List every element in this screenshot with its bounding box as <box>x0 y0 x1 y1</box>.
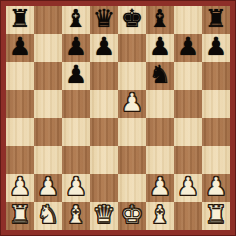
piece-black-rook[interactable]: ♜ <box>205 6 227 33</box>
piece-black-bishop[interactable]: ♝ <box>149 6 171 33</box>
square-a5[interactable] <box>6 90 34 118</box>
square-d4[interactable] <box>90 118 118 146</box>
piece-white-bishop[interactable]: ♝ <box>65 202 87 229</box>
piece-white-pawn[interactable]: ♟ <box>205 174 227 201</box>
chess-board[interactable]: ♜♝♛♚♝♜♟♟♟♟♟♟♟♞♟♟♟♟♟♟♟♜♞♝♛♚♝♜ <box>6 6 230 230</box>
square-a6[interactable] <box>6 62 34 90</box>
square-h8[interactable]: ♜ <box>202 6 230 34</box>
piece-black-rook[interactable]: ♜ <box>9 6 31 33</box>
square-f8[interactable]: ♝ <box>146 6 174 34</box>
square-e7[interactable] <box>118 34 146 62</box>
piece-black-pawn[interactable]: ♟ <box>149 34 171 61</box>
square-c5[interactable] <box>62 90 90 118</box>
square-h7[interactable]: ♟ <box>202 34 230 62</box>
square-f5[interactable] <box>146 90 174 118</box>
square-a8[interactable]: ♜ <box>6 6 34 34</box>
square-d7[interactable]: ♟ <box>90 34 118 62</box>
square-f3[interactable] <box>146 146 174 174</box>
square-b7[interactable] <box>34 34 62 62</box>
square-c3[interactable] <box>62 146 90 174</box>
square-d6[interactable] <box>90 62 118 90</box>
piece-black-pawn[interactable]: ♟ <box>93 34 115 61</box>
piece-white-pawn[interactable]: ♟ <box>149 174 171 201</box>
piece-white-pawn[interactable]: ♟ <box>65 174 87 201</box>
square-b2[interactable]: ♟ <box>34 174 62 202</box>
square-h3[interactable] <box>202 146 230 174</box>
square-h5[interactable] <box>202 90 230 118</box>
square-d5[interactable] <box>90 90 118 118</box>
piece-white-queen[interactable]: ♛ <box>93 202 115 229</box>
square-c7[interactable]: ♟ <box>62 34 90 62</box>
square-d1[interactable]: ♛ <box>90 202 118 230</box>
piece-black-knight[interactable]: ♞ <box>149 62 171 89</box>
square-e3[interactable] <box>118 146 146 174</box>
piece-white-king[interactable]: ♚ <box>121 202 143 229</box>
square-b3[interactable] <box>34 146 62 174</box>
piece-black-pawn[interactable]: ♟ <box>205 34 227 61</box>
square-e8[interactable]: ♚ <box>118 6 146 34</box>
square-g8[interactable] <box>174 6 202 34</box>
square-g5[interactable] <box>174 90 202 118</box>
square-d2[interactable] <box>90 174 118 202</box>
square-d3[interactable] <box>90 146 118 174</box>
piece-white-pawn[interactable]: ♟ <box>9 174 31 201</box>
square-c4[interactable] <box>62 118 90 146</box>
square-h2[interactable]: ♟ <box>202 174 230 202</box>
square-g1[interactable] <box>174 202 202 230</box>
chess-app: ♜♝♛♚♝♜♟♟♟♟♟♟♟♞♟♟♟♟♟♟♟♜♞♝♛♚♝♜ <box>0 0 236 236</box>
piece-white-bishop[interactable]: ♝ <box>149 202 171 229</box>
piece-black-king[interactable]: ♚ <box>121 6 143 33</box>
square-h6[interactable] <box>202 62 230 90</box>
square-f1[interactable]: ♝ <box>146 202 174 230</box>
square-c8[interactable]: ♝ <box>62 6 90 34</box>
square-a7[interactable]: ♟ <box>6 34 34 62</box>
piece-black-pawn[interactable]: ♟ <box>9 34 31 61</box>
square-a1[interactable]: ♜ <box>6 202 34 230</box>
piece-white-pawn[interactable]: ♟ <box>37 174 59 201</box>
board-frame: ♜♝♛♚♝♜♟♟♟♟♟♟♟♞♟♟♟♟♟♟♟♜♞♝♛♚♝♜ <box>0 0 236 236</box>
piece-white-pawn[interactable]: ♟ <box>121 90 143 117</box>
square-e2[interactable] <box>118 174 146 202</box>
square-f2[interactable]: ♟ <box>146 174 174 202</box>
square-b6[interactable] <box>34 62 62 90</box>
square-e5[interactable]: ♟ <box>118 90 146 118</box>
piece-white-rook[interactable]: ♜ <box>205 202 227 229</box>
square-b5[interactable] <box>34 90 62 118</box>
square-c1[interactable]: ♝ <box>62 202 90 230</box>
piece-black-pawn[interactable]: ♟ <box>65 34 87 61</box>
square-b8[interactable] <box>34 6 62 34</box>
square-g2[interactable]: ♟ <box>174 174 202 202</box>
piece-white-knight[interactable]: ♞ <box>37 202 59 229</box>
square-a3[interactable] <box>6 146 34 174</box>
square-g6[interactable] <box>174 62 202 90</box>
square-h4[interactable] <box>202 118 230 146</box>
square-h1[interactable]: ♜ <box>202 202 230 230</box>
piece-black-bishop[interactable]: ♝ <box>65 6 87 33</box>
square-b1[interactable]: ♞ <box>34 202 62 230</box>
square-e1[interactable]: ♚ <box>118 202 146 230</box>
piece-black-queen[interactable]: ♛ <box>93 6 115 33</box>
square-c2[interactable]: ♟ <box>62 174 90 202</box>
square-c6[interactable]: ♟ <box>62 62 90 90</box>
square-a2[interactable]: ♟ <box>6 174 34 202</box>
square-f6[interactable]: ♞ <box>146 62 174 90</box>
square-e4[interactable] <box>118 118 146 146</box>
piece-white-pawn[interactable]: ♟ <box>177 174 199 201</box>
square-d8[interactable]: ♛ <box>90 6 118 34</box>
square-e6[interactable] <box>118 62 146 90</box>
square-b4[interactable] <box>34 118 62 146</box>
square-f4[interactable] <box>146 118 174 146</box>
piece-black-pawn[interactable]: ♟ <box>65 62 87 89</box>
square-g3[interactable] <box>174 146 202 174</box>
square-g7[interactable]: ♟ <box>174 34 202 62</box>
square-f7[interactable]: ♟ <box>146 34 174 62</box>
piece-black-pawn[interactable]: ♟ <box>177 34 199 61</box>
square-a4[interactable] <box>6 118 34 146</box>
piece-white-rook[interactable]: ♜ <box>9 202 31 229</box>
square-g4[interactable] <box>174 118 202 146</box>
